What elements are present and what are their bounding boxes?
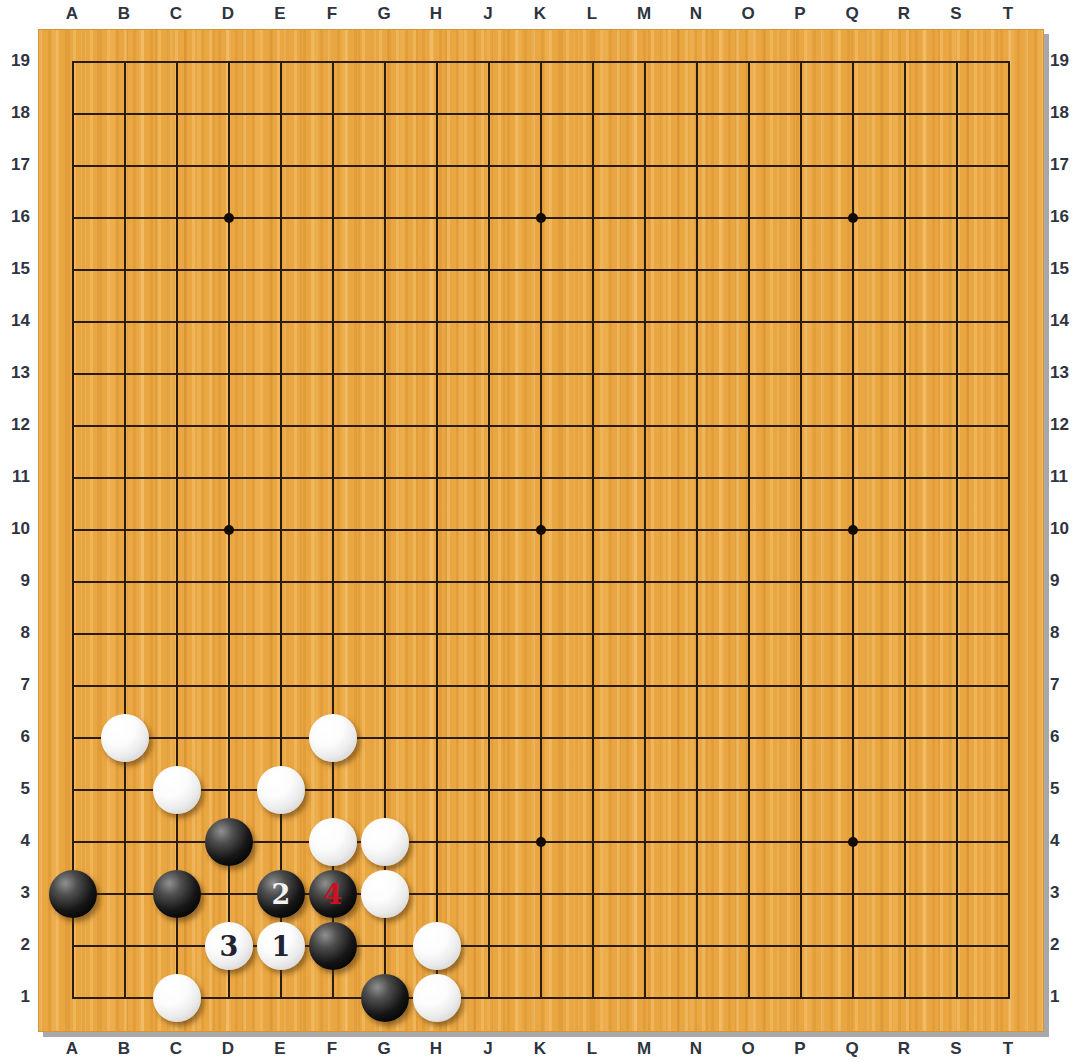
coord-top-P: P [794,1,805,27]
coord-bottom-B: B [118,1036,130,1062]
star-point [536,837,546,847]
coord-bottom-P: P [794,1036,805,1062]
move-number-3: 3 [220,933,239,960]
grid-line-vertical [644,61,646,999]
star-point [536,525,546,535]
coord-bottom-S: S [950,1036,961,1062]
coord-top-N: N [690,1,702,27]
coord-bottom-N: N [690,1036,702,1062]
coord-bottom-T: T [1003,1036,1013,1062]
star-point [224,525,234,535]
coord-right-5: 5 [1050,776,1080,802]
coord-right-11: 11 [1050,464,1080,490]
coord-bottom-H: H [430,1036,442,1062]
coord-left-14: 14 [0,308,30,334]
coord-bottom-A: A [66,1036,78,1062]
star-point [536,213,546,223]
coord-top-F: F [327,1,337,27]
coord-bottom-E: E [274,1036,285,1062]
coord-bottom-J: J [483,1036,492,1062]
stone-white-e5[interactable] [257,766,305,814]
stone-white-g4[interactable] [361,818,409,866]
coord-right-16: 16 [1050,204,1080,230]
coord-top-O: O [741,1,754,27]
coord-left-2: 2 [0,932,30,958]
coord-right-6: 6 [1050,724,1080,750]
stone-white-f4[interactable] [309,818,357,866]
coord-top-R: R [898,1,910,27]
move-number-2: 2 [272,881,291,908]
stone-white-c1[interactable] [153,974,201,1022]
stone-white-e2[interactable]: 1 [257,922,305,970]
go-board[interactable]: 2431 [38,29,1044,1032]
grid-line-horizontal [72,581,1010,583]
go-diagram-page: ABCDEFGHJKLMNOPQRST ABCDEFGHJKLMNOPQRST … [0,0,1080,1062]
coord-top-K: K [534,1,546,27]
coord-right-4: 4 [1050,828,1080,854]
coord-top-Q: Q [845,1,858,27]
stone-white-h2[interactable] [413,922,461,970]
star-point [224,213,234,223]
coord-bottom-L: L [587,1036,597,1062]
coord-left-19: 19 [0,48,30,74]
stone-black-d4[interactable] [205,818,253,866]
grid-line-vertical [748,61,750,999]
grid-line-horizontal [72,997,1010,999]
coord-left-12: 12 [0,412,30,438]
coord-left-4: 4 [0,828,30,854]
grid-line-vertical [592,61,594,999]
grid-line-horizontal [72,685,1010,687]
coord-bottom-D: D [222,1036,234,1062]
coord-left-18: 18 [0,100,30,126]
coord-top-D: D [222,1,234,27]
stone-white-g3[interactable] [361,870,409,918]
coord-left-1: 1 [0,984,30,1010]
coord-top-B: B [118,1,130,27]
grid-line-vertical [800,61,802,999]
coord-left-11: 11 [0,464,30,490]
coord-right-13: 13 [1050,360,1080,386]
coord-top-J: J [483,1,492,27]
stone-black-g1[interactable] [361,974,409,1022]
coord-bottom-R: R [898,1036,910,1062]
star-point [848,837,858,847]
coord-right-15: 15 [1050,256,1080,282]
coord-top-A: A [66,1,78,27]
coord-top-H: H [430,1,442,27]
stone-white-h1[interactable] [413,974,461,1022]
coord-top-S: S [950,1,961,27]
stone-white-c5[interactable] [153,766,201,814]
stone-white-b6[interactable] [101,714,149,762]
coord-left-10: 10 [0,516,30,542]
coord-right-7: 7 [1050,672,1080,698]
coord-bottom-M: M [637,1036,651,1062]
grid-line-horizontal [72,737,1010,739]
coord-left-9: 9 [0,568,30,594]
coord-right-14: 14 [1050,308,1080,334]
move-number-4: 4 [324,881,343,908]
coord-bottom-O: O [741,1036,754,1062]
grid-line-horizontal [72,789,1010,791]
coord-right-12: 12 [1050,412,1080,438]
coord-left-7: 7 [0,672,30,698]
coord-left-8: 8 [0,620,30,646]
coord-right-1: 1 [1050,984,1080,1010]
coord-left-15: 15 [0,256,30,282]
grid-line-horizontal [72,633,1010,635]
stone-white-d2[interactable]: 3 [205,922,253,970]
coord-left-13: 13 [0,360,30,386]
stone-white-f6[interactable] [309,714,357,762]
coord-bottom-F: F [327,1036,337,1062]
coord-left-5: 5 [0,776,30,802]
coord-bottom-K: K [534,1036,546,1062]
stone-black-c3[interactable] [153,870,201,918]
grid-line-vertical [904,61,906,999]
coord-right-17: 17 [1050,152,1080,178]
coord-top-G: G [377,1,390,27]
stone-black-f2[interactable] [309,922,357,970]
coord-left-6: 6 [0,724,30,750]
grid-line-vertical [696,61,698,999]
coord-right-10: 10 [1050,516,1080,542]
coord-left-17: 17 [0,152,30,178]
coord-top-T: T [1003,1,1013,27]
stone-black-f3[interactable]: 4 [309,870,357,918]
star-point [848,213,858,223]
coord-bottom-Q: Q [845,1036,858,1062]
grid-line-horizontal [72,893,1010,895]
coord-left-16: 16 [0,204,30,230]
coord-right-18: 18 [1050,100,1080,126]
coord-bottom-C: C [170,1036,182,1062]
coord-top-L: L [587,1,597,27]
coord-right-2: 2 [1050,932,1080,958]
stone-black-e3[interactable]: 2 [257,870,305,918]
coord-bottom-G: G [377,1036,390,1062]
coord-right-19: 19 [1050,48,1080,74]
grid-line-vertical [1008,61,1010,999]
coord-top-C: C [170,1,182,27]
coord-right-9: 9 [1050,568,1080,594]
coord-top-M: M [637,1,651,27]
coord-left-3: 3 [0,880,30,906]
move-number-1: 1 [272,933,291,960]
stone-black-a3[interactable] [49,870,97,918]
coord-right-8: 8 [1050,620,1080,646]
star-point [848,525,858,535]
coord-top-E: E [274,1,285,27]
coord-right-3: 3 [1050,880,1080,906]
grid-line-vertical [956,61,958,999]
